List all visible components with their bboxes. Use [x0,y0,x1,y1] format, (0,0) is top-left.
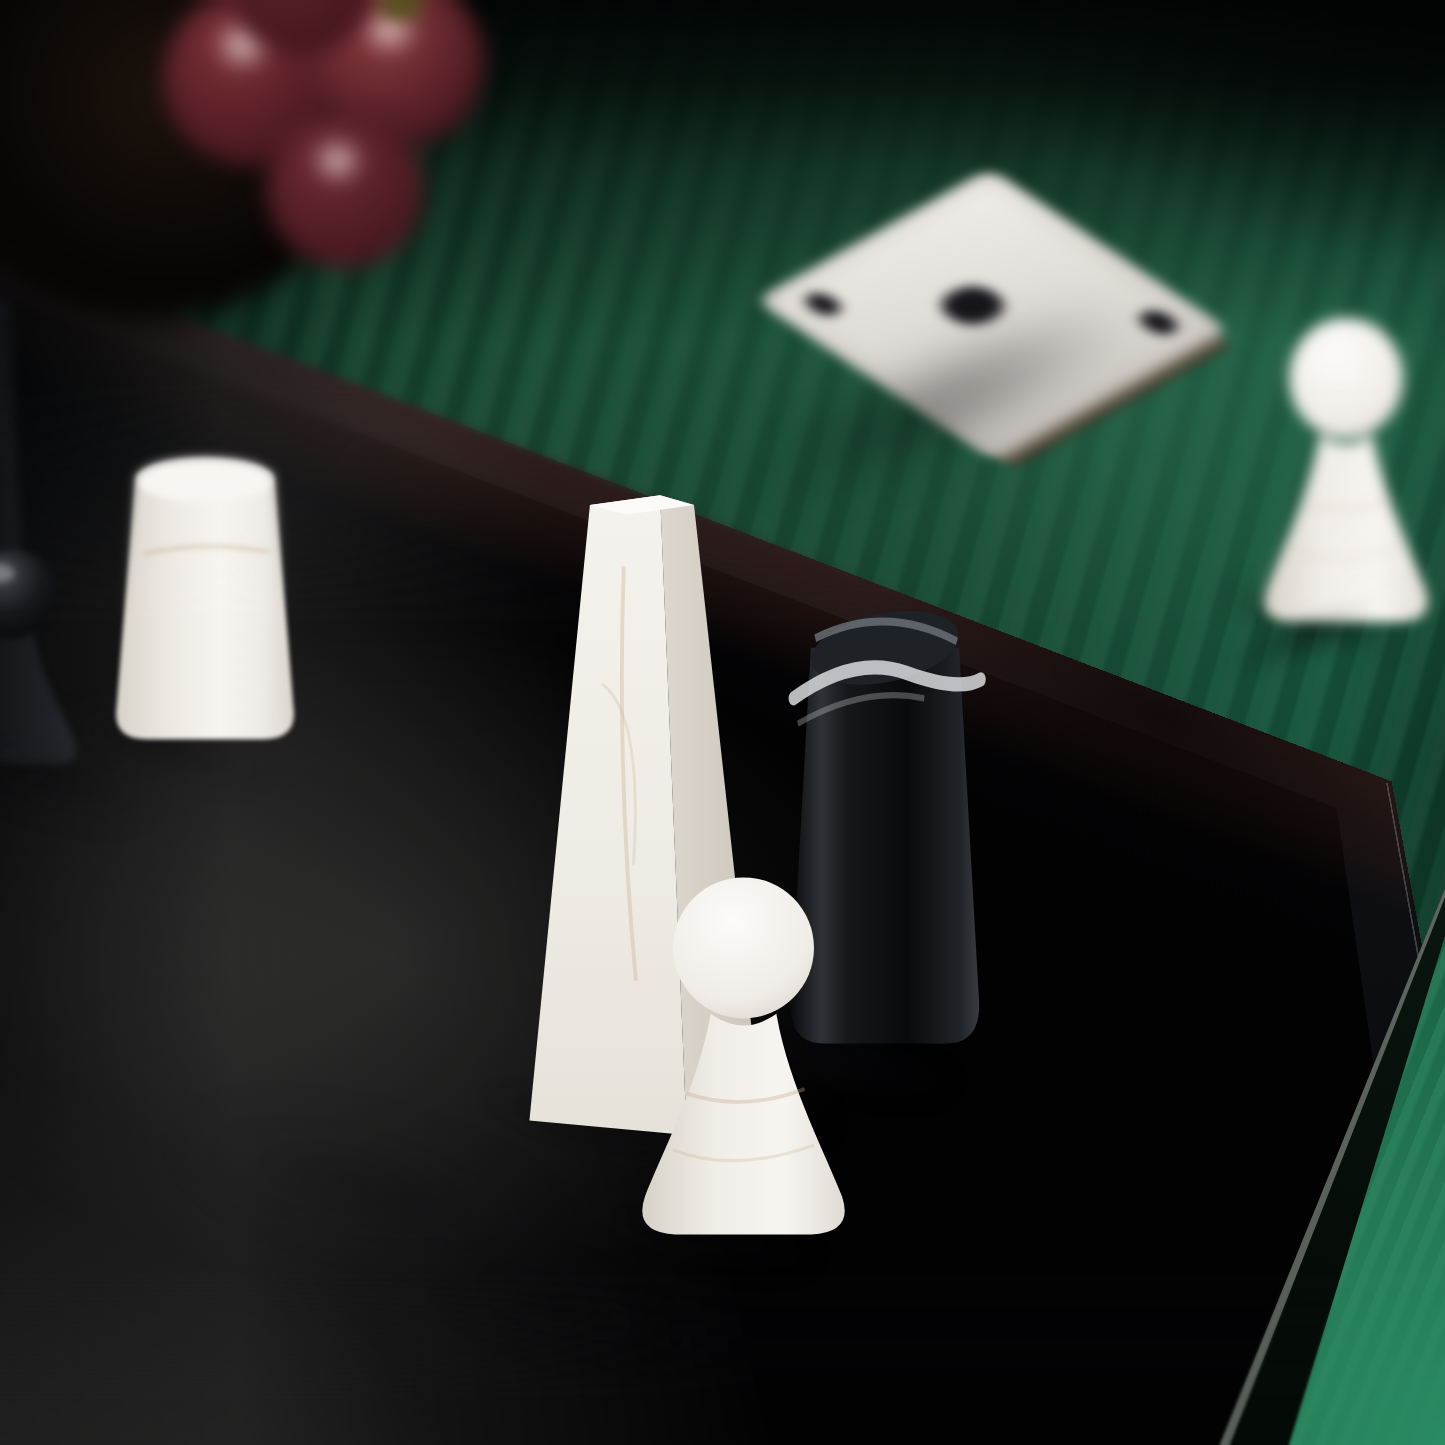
photo-of-marble-chessboard [0,0,1445,1445]
grape [267,112,423,268]
grape-highlight [311,137,364,184]
black-pawn-g6[interactable] [0,545,87,770]
off-board-white-pawn[interactable] [1251,310,1441,630]
white-queen-f6[interactable] [102,446,308,758]
white-pawn-c5[interactable] [626,868,861,1244]
